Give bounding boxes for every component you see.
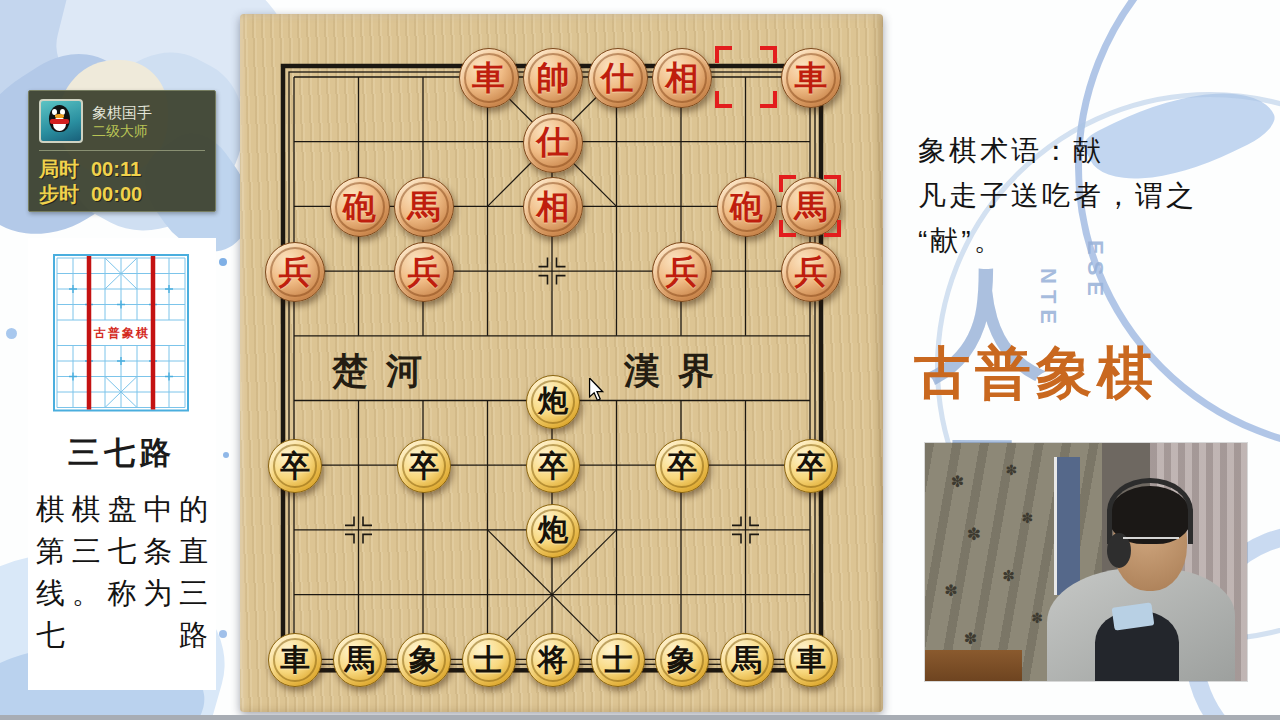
- piece-char: 帥: [537, 56, 570, 101]
- piece-red-兵[interactable]: 兵: [265, 242, 325, 302]
- divider: [39, 150, 205, 151]
- move-timer: 步时 00:00: [39, 182, 205, 207]
- term-definition: 象棋术语：献 凡走子送吃者，谓之 “献”。: [918, 128, 1248, 263]
- piece-char: 砲: [343, 185, 376, 230]
- wood-floor: [925, 650, 1022, 681]
- piece-char: 卒: [280, 446, 310, 487]
- piece-char: 象: [409, 640, 439, 681]
- piece-yellow-将[interactable]: 将: [526, 633, 580, 687]
- piece-red-仕[interactable]: 仕: [588, 48, 648, 108]
- piece-yellow-車[interactable]: 車: [784, 633, 838, 687]
- piece-yellow-炮[interactable]: 炮: [526, 375, 580, 429]
- dot-decoration: [6, 328, 17, 339]
- piece-yellow-馬[interactable]: 馬: [720, 633, 774, 687]
- game-timer: 局时 00:11: [39, 157, 205, 182]
- piece-char: 相: [537, 185, 570, 230]
- player-name: 象棋国手: [92, 103, 152, 122]
- piece-char: 炮: [538, 381, 568, 422]
- piece-char: 士: [474, 640, 504, 681]
- player-rank: 二级大师: [92, 122, 152, 140]
- screen: 人 品 NTE ESE BAY 象棋国手 二级大师 局时 00:11 步时 00…: [0, 0, 1280, 720]
- game-timer-label: 局时: [39, 157, 79, 182]
- piece-yellow-卒[interactable]: 卒: [655, 439, 709, 493]
- piece-red-馬[interactable]: 馬: [394, 177, 454, 237]
- player-panel: 象棋国手 二级大师 局时 00:11 步时 00:00: [28, 90, 216, 212]
- piece-char: 兵: [795, 250, 828, 295]
- piece-char: 車: [796, 640, 826, 681]
- piece-yellow-卒[interactable]: 卒: [784, 439, 838, 493]
- piece-yellow-卒[interactable]: 卒: [397, 439, 451, 493]
- piece-char: 相: [666, 56, 699, 101]
- piece-yellow-馬[interactable]: 馬: [333, 633, 387, 687]
- move-timer-value: 00:00: [91, 182, 142, 207]
- watermark-letters: NTE: [1035, 268, 1061, 330]
- piece-char: 馬: [345, 640, 375, 681]
- piece-yellow-車[interactable]: 車: [268, 633, 322, 687]
- piece-red-兵[interactable]: 兵: [394, 242, 454, 302]
- piece-yellow-象[interactable]: 象: [397, 633, 451, 687]
- piece-red-帥[interactable]: 帥: [523, 48, 583, 108]
- piece-char: 兵: [279, 250, 312, 295]
- piece-red-相[interactable]: 相: [652, 48, 712, 108]
- piece-char: 炮: [538, 510, 568, 551]
- piece-red-車[interactable]: 車: [459, 48, 519, 108]
- piece-char: 卒: [796, 446, 826, 487]
- piece-char: 卒: [409, 446, 439, 487]
- dot-decoration: [223, 452, 229, 458]
- piece-char: 仕: [537, 120, 570, 165]
- piece-char: 車: [795, 56, 828, 101]
- piece-char: 士: [603, 640, 633, 681]
- piece-yellow-士[interactable]: 士: [591, 633, 645, 687]
- term-line: 凡走子送吃者，谓之: [918, 173, 1248, 218]
- piece-yellow-炮[interactable]: 炮: [526, 504, 580, 558]
- dot-decoration: [219, 630, 227, 638]
- term-line: 象棋术语：献: [918, 128, 1248, 173]
- mini-board-label: 古普象棋: [46, 325, 198, 342]
- piece-yellow-卒[interactable]: 卒: [268, 439, 322, 493]
- piece-red-兵[interactable]: 兵: [652, 242, 712, 302]
- dot-decoration: [219, 258, 227, 266]
- piece-char: 卒: [667, 446, 697, 487]
- piece-red-仕[interactable]: 仕: [523, 113, 583, 173]
- qq-penguin-avatar: [39, 99, 83, 143]
- piece-red-兵[interactable]: 兵: [781, 242, 841, 302]
- piece-char: 卒: [538, 446, 568, 487]
- piece-red-相[interactable]: 相: [523, 177, 583, 237]
- piece-red-砲[interactable]: 砲: [330, 177, 390, 237]
- move-timer-label: 步时: [39, 182, 79, 207]
- piece-yellow-士[interactable]: 士: [462, 633, 516, 687]
- streamer-person: [1047, 486, 1247, 681]
- river-label-left: 楚河: [332, 347, 440, 396]
- game-timer-value: 00:11: [91, 157, 141, 182]
- piece-char: 象: [667, 640, 697, 681]
- piece-yellow-卒[interactable]: 卒: [526, 439, 580, 493]
- lesson-body: 棋棋盘中的第三七条直线。称为三七路: [36, 488, 208, 656]
- xiangqi-board[interactable]: 楚河 漢界 車帥仕相車仕砲馬相砲馬兵兵兵兵炮卒卒卒卒卒炮車馬象士将士象馬車: [240, 14, 883, 712]
- lesson-title: 三七路: [28, 432, 216, 474]
- lesson-card: 古普象棋 三七路 棋棋盘中的第三七条直线。称为三七路: [28, 238, 216, 690]
- piece-char: 兵: [408, 250, 441, 295]
- piece-char: 馬: [795, 185, 828, 230]
- piece-char: 車: [472, 56, 505, 101]
- piece-char: 砲: [730, 185, 763, 230]
- bottom-strip: [0, 715, 1280, 720]
- webcam-video: ✽ ✽ ✽ ✽ ✽ ✽ ✽ ✽: [925, 443, 1247, 681]
- piece-char: 将: [538, 640, 568, 681]
- piece-char: 車: [280, 640, 310, 681]
- piece-yellow-象[interactable]: 象: [655, 633, 709, 687]
- mini-board-diagram: 古普象棋: [46, 252, 198, 416]
- river-label-right: 漢界: [624, 347, 732, 396]
- piece-char: 馬: [408, 185, 441, 230]
- piece-char: 馬: [732, 640, 762, 681]
- term-line: “献”。: [918, 218, 1248, 263]
- piece-char: 仕: [601, 56, 634, 101]
- piece-red-車[interactable]: 車: [781, 48, 841, 108]
- piece-red-馬[interactable]: 馬: [781, 177, 841, 237]
- brand-title: 古普象棋: [914, 336, 1158, 412]
- piece-red-砲[interactable]: 砲: [717, 177, 777, 237]
- piece-char: 兵: [666, 250, 699, 295]
